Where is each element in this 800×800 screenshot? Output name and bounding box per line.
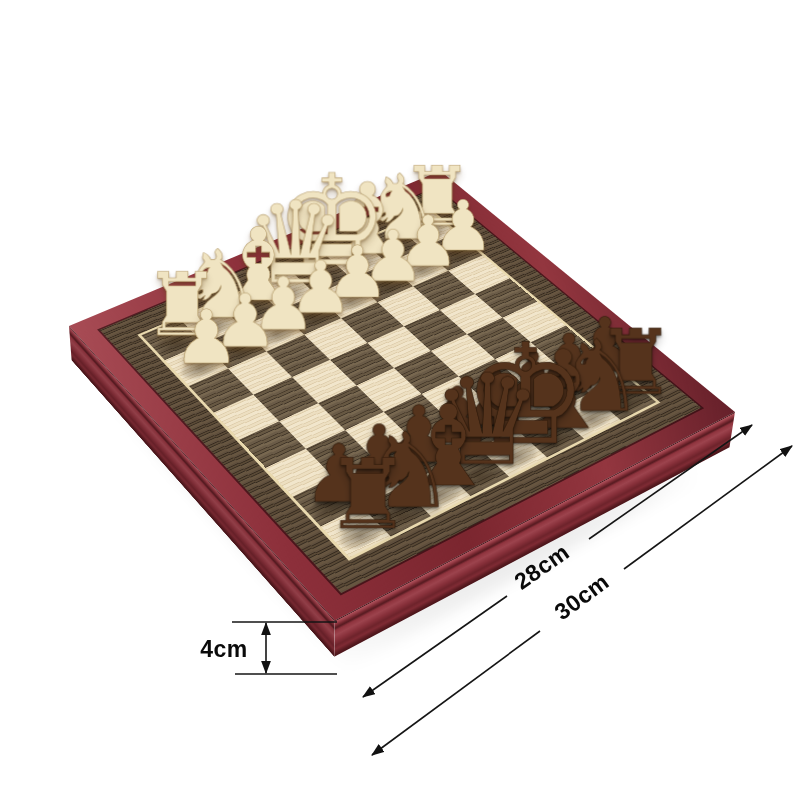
board-frame: ♜♞♝♛♚♝♞♜♟♟♟♟♟♟♟♟♟♟♟♟♟♟♟♟♜♞♝♛♚♝♞♜ <box>69 171 735 621</box>
white-pawn: ♟ <box>173 300 240 374</box>
dimension-label-4cm: 4cm <box>200 636 248 663</box>
chess-board: ♜♞♝♛♚♝♞♜♟♟♟♟♟♟♟♟♟♟♟♟♟♟♟♟♜♞♝♛♚♝♞♜ <box>69 171 735 621</box>
square-a8: ♜ <box>321 506 391 557</box>
square-a2: ♟ <box>165 343 228 386</box>
product-photo: ♜♞♝♛♚♝♞♜♟♟♟♟♟♟♟♟♟♟♟♟♟♟♟♟♜♞♝♛♚♝♞♜ 28cm 30… <box>0 0 800 800</box>
board-veneer-border: ♜♞♝♛♚♝♞♜♟♟♟♟♟♟♟♟♟♟♟♟♟♟♟♟♜♞♝♛♚♝♞♜ <box>100 188 702 593</box>
scene: ♜♞♝♛♚♝♞♜♟♟♟♟♟♟♟♟♟♟♟♟♟♟♟♟♜♞♝♛♚♝♞♜ <box>0 0 800 800</box>
black-rook: ♜ <box>324 447 411 544</box>
